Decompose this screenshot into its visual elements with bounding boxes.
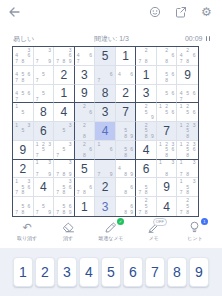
cell-r1c7[interactable]: 278: [136, 47, 157, 66]
pencil-notes: 28: [75, 122, 95, 140]
undo-icon: ↶: [19, 221, 35, 234]
pencil-notes: 579: [34, 197, 54, 216]
given-digit: 1: [61, 87, 68, 99]
theme-smiley-icon[interactable]: [148, 5, 161, 18]
pencil-notes: 26: [75, 103, 95, 121]
pencil-notes: 123568: [157, 141, 177, 159]
pencil-notes: 135678: [13, 178, 33, 196]
given-digit: 1: [143, 69, 150, 81]
notes-badge: OFF: [153, 218, 167, 226]
cell-r2c4[interactable]: 3: [75, 66, 96, 85]
back-arrow-icon: [7, 5, 21, 19]
pencil-notes: 589: [116, 122, 136, 140]
player-digit: 4: [102, 125, 109, 137]
cell-r5c9[interactable]: 12358: [177, 122, 198, 141]
pencil-notes: 56789: [54, 197, 74, 216]
cell-r6c6[interactable]: 568: [116, 141, 137, 160]
pencil-notes: 259: [136, 103, 156, 121]
cell-r6c4[interactable]: 268: [75, 141, 96, 160]
pencil-notes: 678: [75, 178, 95, 196]
cell-r8c4[interactable]: 678: [75, 178, 96, 197]
given-digit: 3: [81, 69, 88, 81]
top-bar: ⚙: [0, 4, 222, 20]
cell-r7c1[interactable]: 2: [13, 160, 34, 179]
cell-r4c2[interactable]: 8: [34, 103, 55, 122]
cell-r9c8[interactable]: 4: [157, 197, 178, 216]
toolbar-item-erase[interactable]: 消す: [57, 221, 79, 241]
given-digit: 8: [40, 106, 47, 118]
cell-r4c3[interactable]: 4: [54, 103, 75, 122]
given-digit: 5: [81, 163, 88, 175]
given-digit: 1: [81, 201, 88, 213]
cell-r6c2[interactable]: 12357: [34, 141, 55, 160]
cell-r4c1[interactable]: 15: [13, 103, 34, 122]
given-digit: 2: [19, 163, 26, 175]
numpad-button-9[interactable]: 9: [189, 257, 209, 287]
pencil-notes: 12358: [177, 122, 198, 140]
pencil-notes: 4567: [177, 85, 198, 103]
cell-r8c1[interactable]: 135678: [13, 178, 34, 197]
pencil-notes: 578: [136, 178, 156, 196]
given-digit: 4: [40, 181, 47, 193]
cell-r1c6[interactable]: 1: [116, 47, 137, 66]
toolbar-label-smart-notes: 最適なメモ: [98, 235, 123, 241]
given-digit: 3: [102, 106, 109, 118]
cell-r6c3[interactable]: 357: [54, 141, 75, 160]
pencil-notes: 568: [116, 141, 136, 159]
cell-r8c8[interactable]: 9: [157, 178, 178, 197]
cell-r7c9[interactable]: 1378: [177, 160, 198, 179]
cell-r4c9[interactable]: 1256: [177, 103, 198, 122]
given-digit: 2: [122, 87, 129, 99]
pencil-notes: 46: [116, 66, 136, 84]
toolbar-item-hint[interactable]: 1ヒント: [184, 221, 206, 241]
cell-r2c3[interactable]: 2: [54, 66, 75, 85]
given-digit: 4: [143, 144, 150, 156]
cell-r9c2[interactable]: 579: [34, 197, 55, 216]
cell-r9c1[interactable]: 5678: [13, 197, 34, 216]
given-digit: 7: [163, 125, 170, 137]
pause-button[interactable]: [206, 36, 211, 41]
cell-r8c9[interactable]: 13578: [177, 178, 198, 197]
given-digit: 3: [143, 87, 150, 99]
cell-r4c6[interactable]: 7: [116, 103, 137, 122]
cell-r7c3[interactable]: 3789: [54, 160, 75, 179]
given-digit: 9: [163, 181, 170, 193]
pencil-notes: 689: [116, 197, 136, 216]
pencil-notes: 79: [95, 160, 115, 178]
cell-r5c7[interactable]: 2589: [136, 122, 157, 141]
toolbar-item-smart-notes[interactable]: ✓最適なメモ: [98, 221, 123, 241]
given-digit: 2: [61, 69, 68, 81]
cell-r5c8[interactable]: 7: [157, 122, 178, 141]
pencil-notes: 68: [116, 178, 136, 196]
cell-r5c3[interactable]: 35: [54, 122, 75, 141]
cell-r6c5[interactable]: 16: [95, 141, 116, 160]
cell-r6c9[interactable]: 123568: [177, 141, 198, 160]
cell-r9c7[interactable]: 2578: [136, 197, 157, 216]
pencil-notes: 57: [34, 66, 54, 84]
sudoku-board: 3467837936789467512782682467845678572367…: [12, 46, 199, 217]
cell-r8c2[interactable]: 4: [34, 178, 55, 197]
toolbar: ↶取り消す消す✓最適なメモOFFメモ1ヒント: [16, 221, 206, 247]
cell-r1c5[interactable]: 5: [95, 47, 116, 66]
toolbar-item-notes[interactable]: OFFメモ: [143, 221, 165, 241]
cell-r1c8[interactable]: 268: [157, 47, 178, 66]
cell-r3c9[interactable]: 4567: [177, 85, 198, 104]
given-digit: 9: [184, 69, 191, 81]
numpad-button-4[interactable]: 4: [79, 257, 99, 287]
timer: 00:09: [185, 35, 203, 42]
cell-r2c9[interactable]: 9: [177, 66, 198, 85]
cell-r3c2[interactable]: 57: [34, 85, 55, 104]
pencil-notes: 135: [13, 122, 33, 140]
pencil-notes: 2578: [136, 197, 156, 216]
pencil-notes: 138: [157, 160, 177, 178]
player-digit: 3: [102, 201, 109, 213]
cell-r1c1[interactable]: 34678: [13, 47, 34, 66]
pencil-notes: 16: [95, 141, 115, 159]
pencil-notes: 1256: [157, 103, 177, 121]
given-digit: 8: [102, 87, 109, 99]
given-digit: 6: [40, 125, 47, 137]
cell-r4c4[interactable]: 26: [75, 103, 96, 122]
pencil-notes: 568: [157, 66, 177, 84]
pencil-notes: 1378: [177, 160, 198, 178]
numpad-button-7[interactable]: 7: [145, 257, 165, 287]
cell-r1c2[interactable]: 379: [34, 47, 55, 66]
pencil-notes: 36789: [54, 47, 74, 65]
numpad-button-3[interactable]: 3: [57, 257, 77, 287]
pencil-notes: 57: [34, 85, 54, 103]
given-digit: 1: [122, 50, 129, 62]
toolbar-label-notes: メモ: [149, 235, 159, 241]
given-digit: 2: [102, 181, 109, 193]
status-row: 易しい 間違い: 1/3 00:09: [13, 33, 210, 44]
pencil-notes: 45678: [13, 66, 33, 84]
cell-r2c6[interactable]: 46: [116, 66, 137, 85]
numpad-button-2[interactable]: 2: [35, 257, 55, 287]
eraser-icon: [60, 221, 76, 234]
numpad-button-8[interactable]: 8: [167, 257, 187, 287]
pencil-notes: 56: [157, 85, 177, 103]
given-digit: 5: [102, 50, 109, 62]
cell-r2c1[interactable]: 45678: [13, 66, 34, 85]
pencil-notes: 15: [13, 103, 33, 121]
cell-r1c4[interactable]: 467: [75, 47, 96, 66]
cell-r5c4[interactable]: 28: [75, 122, 96, 141]
pencil-notes: 5678: [13, 197, 33, 216]
cell-r5c2[interactable]: 6: [34, 122, 55, 141]
cell-r6c7[interactable]: 4: [136, 141, 157, 160]
pencil-notes: 1256: [177, 103, 198, 121]
cell-r4c8[interactable]: 1256: [157, 103, 178, 122]
cell-r6c1[interactable]: 9: [13, 141, 34, 160]
cell-r7c6[interactable]: 489: [116, 160, 137, 179]
given-digit: 7: [122, 106, 129, 118]
cell-r3c8[interactable]: 56: [157, 85, 178, 104]
toolbar-label-erase: 消す: [63, 235, 73, 241]
pencil-notes: 268: [157, 47, 177, 65]
given-digit: 9: [19, 144, 26, 156]
cell-r1c9[interactable]: 24678: [177, 47, 198, 66]
bulb-icon: 1: [187, 221, 203, 234]
pencil-notes: 34678: [13, 47, 33, 65]
pencil-notes: 123568: [177, 141, 198, 159]
pencil-notes: 35678: [54, 178, 74, 196]
mistakes-counter: 間違い: 1/3: [13, 34, 210, 44]
cell-r3c3[interactable]: 1: [54, 85, 75, 104]
cell-r5c1[interactable]: 135: [13, 122, 34, 141]
toolbar-label-hint: ヒント: [187, 235, 202, 241]
cell-r7c8[interactable]: 138: [157, 160, 178, 179]
pencil-notes: 357: [54, 141, 74, 159]
pencil-notes: 35: [54, 122, 74, 140]
cell-r3c6[interactable]: 2: [116, 85, 137, 104]
pencil-notes: 2578: [177, 197, 198, 216]
pencil-notes: 13578: [177, 178, 198, 196]
numpad: 123456789: [13, 257, 209, 287]
given-digit: 4: [61, 106, 68, 118]
cell-r1c3[interactable]: 36789: [54, 47, 75, 66]
cell-r3c5[interactable]: 8: [95, 85, 116, 104]
cell-r3c1[interactable]: 4567: [13, 85, 34, 104]
cell-r4c7[interactable]: 259: [136, 103, 157, 122]
cell-r8c5[interactable]: 2: [95, 178, 116, 197]
cell-r9c3[interactable]: 56789: [54, 197, 75, 216]
pencil-notes: 489: [116, 160, 136, 178]
cell-r9c9[interactable]: 2578: [177, 197, 198, 216]
cell-r3c7[interactable]: 3: [136, 85, 157, 104]
given-digit: 9: [81, 87, 88, 99]
pencil-notes: 1379: [34, 160, 54, 178]
hint-badge: 1: [201, 218, 208, 225]
numpad-button-1[interactable]: 1: [13, 257, 33, 287]
pencil-icon: ✓: [103, 221, 119, 234]
cell-r7c5[interactable]: 79: [95, 160, 116, 179]
cell-r7c2[interactable]: 1379: [34, 160, 55, 179]
pencil-notes: 24678: [177, 47, 198, 65]
back-button[interactable]: [7, 5, 21, 19]
pencil-notes: 12357: [34, 141, 54, 159]
given-digit: 4: [163, 201, 170, 213]
toolbar-label-undo: 取り消す: [17, 235, 37, 241]
settings-gear-icon[interactable]: ⚙: [200, 5, 213, 18]
cell-r8c3[interactable]: 35678: [54, 178, 75, 197]
given-digit: 6: [143, 163, 150, 175]
share-icon[interactable]: [174, 5, 187, 18]
pencil-notes: 67: [95, 66, 115, 84]
pencil-notes: 467: [75, 47, 95, 65]
cell-r7c4[interactable]: 5: [75, 160, 96, 179]
cell-r7c7[interactable]: 6: [136, 160, 157, 179]
cell-r8c6[interactable]: 68: [116, 178, 137, 197]
pencil-notes: 268: [75, 141, 95, 159]
cell-r9c5[interactable]: 3: [95, 197, 116, 216]
smart-notes-badge: ✓: [117, 218, 124, 225]
cell-r5c6[interactable]: 589: [116, 122, 137, 141]
pencil-notes: 278: [136, 47, 156, 65]
cell-r5c5[interactable]: 4: [95, 122, 116, 141]
cell-r8c7[interactable]: 578: [136, 178, 157, 197]
pencil-notes: 2589: [136, 122, 156, 140]
numpad-button-5[interactable]: 5: [101, 257, 121, 287]
cell-r6c8[interactable]: 123568: [157, 141, 178, 160]
toolbar-item-undo[interactable]: ↶取り消す: [16, 221, 38, 241]
cell-r9c6[interactable]: 689: [116, 197, 137, 216]
cell-r2c5[interactable]: 67: [95, 66, 116, 85]
pen-icon: OFF: [146, 221, 162, 234]
pencil-notes: 3789: [54, 160, 74, 178]
cell-r2c2[interactable]: 57: [34, 66, 55, 85]
cell-r3c4[interactable]: 9: [75, 85, 96, 104]
cell-r4c5[interactable]: 3: [95, 103, 116, 122]
pencil-notes: 4567: [13, 85, 33, 103]
cell-r2c7[interactable]: 1: [136, 66, 157, 85]
pencil-notes: 379: [34, 47, 54, 65]
cell-r9c4[interactable]: 1: [75, 197, 96, 216]
numpad-button-6[interactable]: 6: [123, 257, 143, 287]
cell-r2c8[interactable]: 568: [157, 66, 178, 85]
